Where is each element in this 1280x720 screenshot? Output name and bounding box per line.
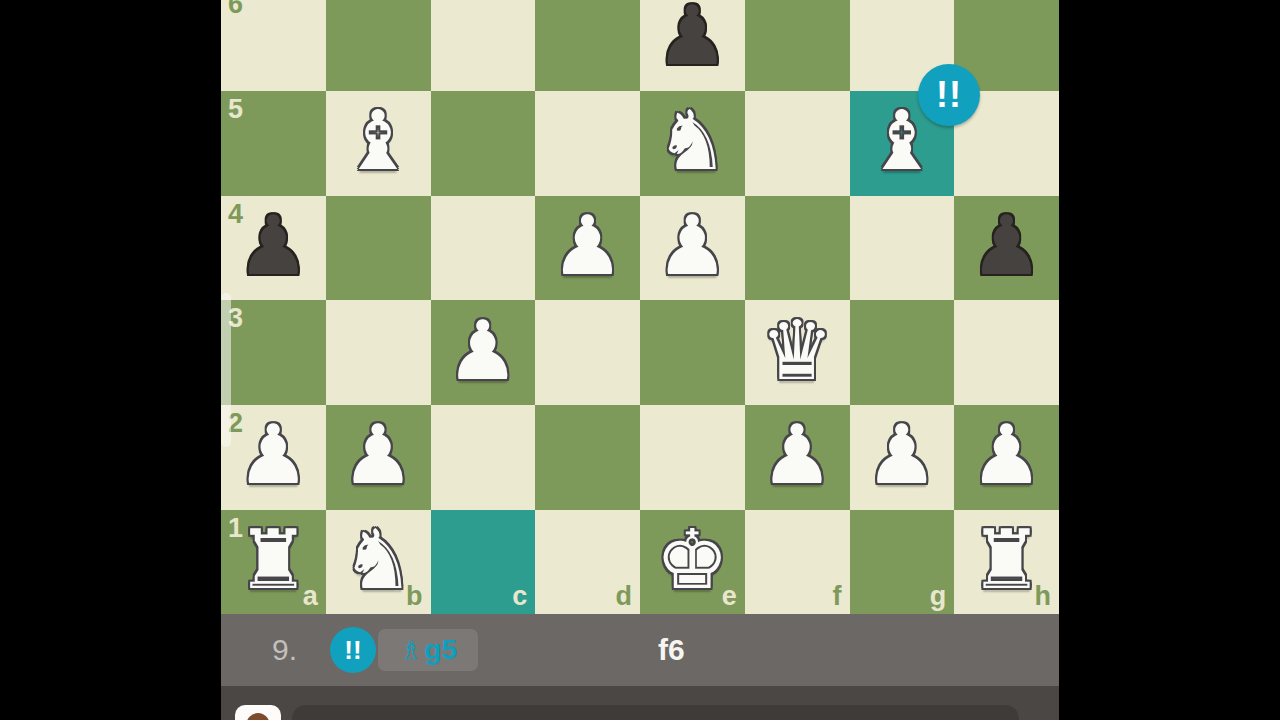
black-pawn[interactable]: ♟ xyxy=(954,196,1059,301)
square-f5[interactable] xyxy=(745,91,850,196)
square-b2[interactable]: ♟ xyxy=(326,405,431,510)
avatar-head-icon xyxy=(246,713,270,720)
file-label-g: g xyxy=(930,583,947,610)
white-pawn[interactable]: ♟ xyxy=(745,405,850,510)
square-b5[interactable]: ♝ xyxy=(326,91,431,196)
white-rook[interactable]: ♜ xyxy=(221,510,326,615)
rank-label-5: 5 xyxy=(228,96,243,123)
phone-screen: 6♟5♝♞♝4♟♟♟♟3♟♛2♟♟♟♟♟1a♜b♞cde♚fgh♜ !! 9. … xyxy=(221,0,1059,720)
file-label-d: d xyxy=(616,583,633,610)
white-pawn[interactable]: ♟ xyxy=(850,405,955,510)
brilliant-icon: !! xyxy=(330,627,376,673)
square-a5[interactable]: 5 xyxy=(221,91,326,196)
white-knight[interactable]: ♞ xyxy=(326,510,431,615)
square-g1[interactable]: g xyxy=(850,510,955,615)
white-queen[interactable]: ♛ xyxy=(745,300,850,405)
white-pawn[interactable]: ♟ xyxy=(640,196,745,301)
square-g4[interactable] xyxy=(850,196,955,301)
square-e2[interactable] xyxy=(640,405,745,510)
chat-strip xyxy=(221,686,1059,720)
white-knight[interactable]: ♞ xyxy=(640,91,745,196)
square-d6[interactable] xyxy=(535,0,640,91)
square-a1[interactable]: 1a♜ xyxy=(221,510,326,615)
white-pawn[interactable]: ♟ xyxy=(326,405,431,510)
white-king[interactable]: ♚ xyxy=(640,510,745,615)
square-c3[interactable]: ♟ xyxy=(431,300,536,405)
square-e4[interactable]: ♟ xyxy=(640,196,745,301)
white-move-label: g5 xyxy=(424,634,457,666)
white-pawn[interactable]: ♟ xyxy=(431,300,536,405)
square-h2[interactable]: ♟ xyxy=(954,405,1059,510)
square-b3[interactable] xyxy=(326,300,431,405)
move-list-bar: 9. !! ♗ g5 f6 xyxy=(221,614,1059,686)
square-d3[interactable] xyxy=(535,300,640,405)
white-move-button[interactable]: ♗ g5 xyxy=(378,629,478,671)
file-label-c: c xyxy=(512,583,527,610)
square-c4[interactable] xyxy=(431,196,536,301)
square-c2[interactable] xyxy=(431,405,536,510)
square-a2[interactable]: 2♟ xyxy=(221,405,326,510)
square-a6[interactable]: 6 xyxy=(221,0,326,91)
user-avatar[interactable] xyxy=(235,705,281,720)
white-pawn[interactable]: ♟ xyxy=(535,196,640,301)
square-a4[interactable]: 4♟ xyxy=(221,196,326,301)
square-d5[interactable] xyxy=(535,91,640,196)
square-a3[interactable]: 3 xyxy=(221,300,326,405)
square-f6[interactable] xyxy=(745,0,850,91)
scrollbar-thumb[interactable] xyxy=(221,293,231,447)
black-pawn[interactable]: ♟ xyxy=(640,0,745,91)
file-label-f: f xyxy=(833,583,842,610)
square-h1[interactable]: h♜ xyxy=(954,510,1059,615)
bishop-icon: ♗ xyxy=(399,637,422,663)
square-c6[interactable] xyxy=(431,0,536,91)
square-d1[interactable]: d xyxy=(535,510,640,615)
square-b4[interactable] xyxy=(326,196,431,301)
square-e5[interactable]: ♞ xyxy=(640,91,745,196)
black-move-button[interactable]: f6 xyxy=(658,633,685,667)
square-c1[interactable]: c xyxy=(431,510,536,615)
square-f2[interactable]: ♟ xyxy=(745,405,850,510)
square-b6[interactable] xyxy=(326,0,431,91)
square-b1[interactable]: b♞ xyxy=(326,510,431,615)
square-h3[interactable] xyxy=(954,300,1059,405)
move-number: 9. xyxy=(272,633,297,667)
white-rook[interactable]: ♜ xyxy=(954,510,1059,615)
square-g3[interactable] xyxy=(850,300,955,405)
square-g2[interactable]: ♟ xyxy=(850,405,955,510)
square-e3[interactable] xyxy=(640,300,745,405)
square-d4[interactable]: ♟ xyxy=(535,196,640,301)
white-pawn[interactable]: ♟ xyxy=(954,405,1059,510)
square-d2[interactable] xyxy=(535,405,640,510)
square-f1[interactable]: f xyxy=(745,510,850,615)
white-bishop[interactable]: ♝ xyxy=(326,91,431,196)
rank-label-6: 6 xyxy=(228,0,243,18)
black-pawn[interactable]: ♟ xyxy=(221,196,326,301)
white-pawn[interactable]: ♟ xyxy=(221,405,326,510)
chat-input-box[interactable] xyxy=(292,705,1019,720)
square-e1[interactable]: e♚ xyxy=(640,510,745,615)
brilliant-move-badge-icon: !! xyxy=(918,64,980,126)
square-h4[interactable]: ♟ xyxy=(954,196,1059,301)
square-e6[interactable]: ♟ xyxy=(640,0,745,91)
square-f3[interactable]: ♛ xyxy=(745,300,850,405)
square-f4[interactable] xyxy=(745,196,850,301)
square-c5[interactable] xyxy=(431,91,536,196)
